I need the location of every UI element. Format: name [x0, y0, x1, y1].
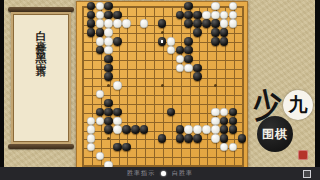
- white-stone: [87, 134, 95, 142]
- white-stone: [184, 64, 192, 72]
- scroll-bottom-rod: [8, 144, 74, 149]
- white-stone: [211, 125, 219, 133]
- winrate-indicator-label: 胜率指示: [127, 169, 155, 178]
- black-stone: [104, 125, 112, 133]
- white-player-name: 辜梓豪: [34, 31, 48, 37]
- black-stone: [122, 125, 130, 133]
- white-stone: [202, 11, 210, 19]
- black-stone: [184, 37, 192, 45]
- white-stone: [113, 117, 121, 125]
- broadcast-screen: 白辜梓豪 黑申真谞 少 九 围棋 胜率指示 白胜率: [0, 0, 320, 180]
- white-stone: [87, 125, 95, 133]
- white-stone: [96, 2, 104, 10]
- white-stone: [176, 55, 184, 63]
- logo-circle-char: 九: [289, 92, 308, 118]
- black-stone: [87, 19, 95, 27]
- white-stone: [96, 19, 104, 27]
- black-player-name: 申真谞: [34, 53, 48, 59]
- black-stone: [211, 28, 219, 36]
- menu-icon[interactable]: [303, 170, 311, 178]
- black-stone: [184, 19, 192, 27]
- black-stone: [87, 11, 95, 19]
- white-stone: [104, 37, 112, 45]
- black-stone: [113, 11, 121, 19]
- black-stone: [158, 19, 166, 27]
- black-stone: [104, 55, 112, 63]
- black-stone: [158, 37, 166, 45]
- player-scroll: 白辜梓豪 黑申真谞: [10, 7, 72, 149]
- black-stone: [220, 134, 228, 142]
- left-letterbox: [0, 0, 4, 180]
- player-names: 白辜梓豪 黑申真谞: [34, 14, 48, 142]
- white-stone: [184, 125, 192, 133]
- black-stone: [193, 64, 201, 72]
- black-stone: [176, 134, 184, 142]
- black-stone: [193, 19, 201, 27]
- black-stone: [104, 108, 112, 116]
- black-player-column: 黑申真谞: [34, 43, 48, 59]
- white-stone: [176, 64, 184, 72]
- black-stone: [184, 2, 192, 10]
- logo-white-circle: 九: [283, 90, 313, 120]
- black-stone: [193, 28, 201, 36]
- white-stone: [167, 37, 175, 45]
- scroll-paper: 白辜梓豪 黑申真谞: [11, 12, 71, 144]
- black-stone: [131, 125, 139, 133]
- hoshi-point: [161, 31, 164, 34]
- black-stone: [193, 11, 201, 19]
- white-stone: [104, 19, 112, 27]
- black-stone: [238, 134, 246, 142]
- white-stone: [113, 19, 121, 27]
- black-stone: [122, 143, 130, 151]
- white-stone: [211, 134, 219, 142]
- black-stone: [220, 28, 228, 36]
- logo-bottom-text: 围棋: [262, 126, 288, 143]
- black-stone: [96, 108, 104, 116]
- black-stone: [184, 11, 192, 19]
- white-stone: [96, 37, 104, 45]
- right-letterbox: [315, 0, 320, 180]
- status-bar: 胜率指示 白胜率: [0, 167, 320, 180]
- white-stone: [211, 117, 219, 125]
- black-stone: [87, 28, 95, 36]
- hoshi-point: [214, 84, 217, 87]
- white-stone: [193, 125, 201, 133]
- go-board: [76, 1, 248, 171]
- white-stone: [211, 11, 219, 19]
- last-move-marker-icon: [161, 40, 164, 43]
- white-winrate-label: 白胜率: [172, 169, 193, 178]
- black-stone: [113, 108, 121, 116]
- black-stone: [193, 134, 201, 142]
- white-stone: [202, 125, 210, 133]
- black-stone: [113, 37, 121, 45]
- white-player-column: 白辜梓豪: [34, 21, 48, 37]
- white-stone: [211, 2, 219, 10]
- broadcaster-logo: 少 九 围棋: [252, 88, 314, 166]
- black-stone: [193, 72, 201, 80]
- white-stone: [113, 81, 121, 89]
- logo-black-circle: 围棋: [257, 116, 293, 152]
- white-stone: [104, 28, 112, 36]
- black-stone: [96, 28, 104, 36]
- white-stone: [229, 19, 237, 27]
- black-stone: [202, 19, 210, 27]
- black-stone: [104, 2, 112, 10]
- black-stone: [104, 64, 112, 72]
- hoshi-point: [161, 84, 164, 87]
- black-stone: [211, 19, 219, 27]
- white-stone: [122, 19, 130, 27]
- white-stone: [96, 117, 104, 125]
- black-stone: [104, 11, 112, 19]
- black-stone: [104, 117, 112, 125]
- black-stone: [104, 72, 112, 80]
- black-side-label: 黑: [35, 43, 47, 45]
- logo-red-seal-icon: [298, 150, 308, 160]
- black-stone: [158, 134, 166, 142]
- black-stone: [229, 125, 237, 133]
- white-stone: [113, 125, 121, 133]
- black-stone: [176, 125, 184, 133]
- black-stone: [176, 11, 184, 19]
- white-stone: [211, 108, 219, 116]
- white-stone: [87, 117, 95, 125]
- white-side-label: 白: [35, 21, 47, 23]
- black-stone: [184, 55, 192, 63]
- playback-dot-button[interactable]: [161, 171, 166, 176]
- black-stone: [220, 37, 228, 45]
- white-stone: [96, 11, 104, 19]
- black-stone: [184, 134, 192, 142]
- black-stone: [211, 37, 219, 45]
